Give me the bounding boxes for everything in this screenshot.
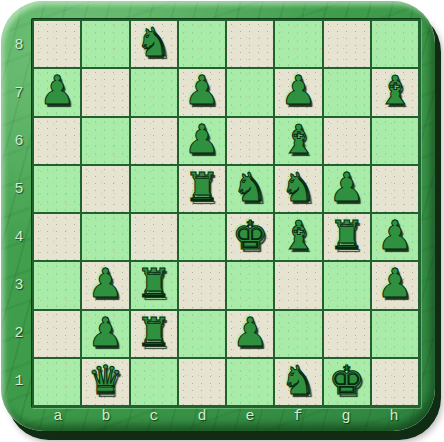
square-b2[interactable]: ♟ [82, 311, 128, 357]
square-f8[interactable] [275, 21, 321, 67]
rank-label-7: 7 [9, 69, 29, 117]
piece-bishop[interactable]: ♝ [280, 215, 316, 255]
square-a7[interactable]: ♟ [34, 69, 80, 115]
piece-rook[interactable]: ♜ [184, 167, 220, 207]
square-f5[interactable]: ♞ [275, 166, 321, 212]
square-c7[interactable] [131, 69, 177, 115]
square-h5[interactable] [372, 166, 418, 212]
square-d5[interactable]: ♜ [179, 166, 225, 212]
square-b7[interactable] [82, 69, 128, 115]
piece-rook[interactable]: ♜ [329, 215, 365, 255]
square-c4[interactable] [131, 214, 177, 260]
piece-bishop[interactable]: ♝ [377, 70, 413, 110]
piece-pawn[interactable]: ♟ [377, 263, 413, 303]
square-a5[interactable] [34, 166, 80, 212]
square-a6[interactable] [34, 118, 80, 164]
piece-knight[interactable]: ♞ [136, 22, 172, 62]
square-f2[interactable] [275, 311, 321, 357]
file-label-h: h [370, 405, 418, 427]
rank-label-4: 4 [9, 213, 29, 261]
square-c8[interactable]: ♞ [131, 21, 177, 67]
file-label-e: e [226, 405, 274, 427]
square-b6[interactable] [82, 118, 128, 164]
square-f7[interactable]: ♟ [275, 69, 321, 115]
square-c1[interactable] [131, 359, 177, 405]
square-e4[interactable]: ♚ [227, 214, 273, 260]
square-e5[interactable]: ♞ [227, 166, 273, 212]
piece-king[interactable]: ♚ [329, 360, 365, 400]
file-label-b: b [82, 405, 130, 427]
square-e6[interactable] [227, 118, 273, 164]
square-a1[interactable] [34, 359, 80, 405]
square-c6[interactable] [131, 118, 177, 164]
piece-pawn[interactable]: ♟ [87, 312, 123, 352]
piece-pawn[interactable]: ♟ [329, 167, 365, 207]
rank-label-1: 1 [9, 357, 29, 405]
square-g1[interactable]: ♚ [324, 359, 370, 405]
piece-pawn[interactable]: ♟ [39, 70, 75, 110]
piece-pawn[interactable]: ♟ [184, 119, 220, 159]
square-d7[interactable]: ♟ [179, 69, 225, 115]
rank-label-2: 2 [9, 309, 29, 357]
square-h7[interactable]: ♝ [372, 69, 418, 115]
square-h4[interactable]: ♟ [372, 214, 418, 260]
square-e2[interactable]: ♟ [227, 311, 273, 357]
square-f6[interactable]: ♝ [275, 118, 321, 164]
square-e1[interactable] [227, 359, 273, 405]
square-b8[interactable] [82, 21, 128, 67]
piece-pawn[interactable]: ♟ [377, 215, 413, 255]
square-a8[interactable] [34, 21, 80, 67]
square-h2[interactable] [372, 311, 418, 357]
square-d2[interactable] [179, 311, 225, 357]
square-a2[interactable] [34, 311, 80, 357]
file-label-f: f [274, 405, 322, 427]
file-label-g: g [322, 405, 370, 427]
square-g6[interactable] [324, 118, 370, 164]
square-c5[interactable] [131, 166, 177, 212]
square-g5[interactable]: ♟ [324, 166, 370, 212]
file-label-a: a [34, 405, 82, 427]
rank-labels: 87654321 [9, 21, 29, 405]
square-d6[interactable]: ♟ [179, 118, 225, 164]
square-g8[interactable] [324, 21, 370, 67]
rank-label-3: 3 [9, 261, 29, 309]
square-c2[interactable]: ♜ [131, 311, 177, 357]
square-f1[interactable]: ♞ [275, 359, 321, 405]
piece-knight[interactable]: ♞ [280, 167, 316, 207]
square-h3[interactable]: ♟ [372, 262, 418, 308]
square-d1[interactable] [179, 359, 225, 405]
square-d8[interactable] [179, 21, 225, 67]
square-h8[interactable] [372, 21, 418, 67]
square-g3[interactable] [324, 262, 370, 308]
square-c3[interactable]: ♜ [131, 262, 177, 308]
piece-pawn[interactable]: ♟ [87, 263, 123, 303]
rank-label-8: 8 [9, 21, 29, 69]
square-f3[interactable] [275, 262, 321, 308]
piece-knight[interactable]: ♞ [232, 167, 268, 207]
square-d4[interactable] [179, 214, 225, 260]
square-b1[interactable]: ♛ [82, 359, 128, 405]
file-label-d: d [178, 405, 226, 427]
chess-board: ♞♟♟♟♝♟♝♜♞♞♟♚♝♜♟♟♜♟♟♜♟♛♞♚ [31, 18, 421, 408]
square-g7[interactable] [324, 69, 370, 115]
file-labels: abcdefgh [34, 405, 418, 427]
square-h1[interactable] [372, 359, 418, 405]
square-g4[interactable]: ♜ [324, 214, 370, 260]
square-e8[interactable] [227, 21, 273, 67]
piece-rook[interactable]: ♜ [136, 312, 172, 352]
square-a4[interactable] [34, 214, 80, 260]
square-a3[interactable] [34, 262, 80, 308]
square-h6[interactable] [372, 118, 418, 164]
file-label-c: c [130, 405, 178, 427]
piece-queen[interactable]: ♛ [87, 360, 123, 400]
rank-label-5: 5 [9, 165, 29, 213]
square-b4[interactable] [82, 214, 128, 260]
piece-pawn[interactable]: ♟ [184, 70, 220, 110]
square-b3[interactable]: ♟ [82, 262, 128, 308]
piece-knight[interactable]: ♞ [280, 360, 316, 400]
piece-king[interactable]: ♚ [232, 215, 268, 255]
square-d3[interactable] [179, 262, 225, 308]
piece-pawn[interactable]: ♟ [280, 70, 316, 110]
square-e3[interactable] [227, 262, 273, 308]
square-e7[interactable] [227, 69, 273, 115]
rank-label-6: 6 [9, 117, 29, 165]
piece-bishop[interactable]: ♝ [280, 119, 316, 159]
square-f4[interactable]: ♝ [275, 214, 321, 260]
piece-pawn[interactable]: ♟ [232, 312, 268, 352]
piece-rook[interactable]: ♜ [136, 263, 172, 303]
square-g2[interactable] [324, 311, 370, 357]
square-b5[interactable] [82, 166, 128, 212]
